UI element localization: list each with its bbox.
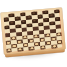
checkers-board <box>0 7 65 54</box>
board-grid <box>3 9 63 53</box>
product-image-wooden-checkers-set[interactable] <box>0 0 67 67</box>
board-frame <box>0 7 65 54</box>
board-square <box>57 44 63 48</box>
